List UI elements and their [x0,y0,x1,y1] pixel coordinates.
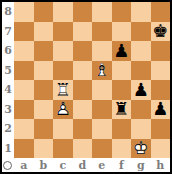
piece-black-rook: ♜ [112,100,132,120]
square-b1[interactable] [34,139,54,159]
square-c5[interactable] [53,61,73,81]
file-label-d: d [73,158,93,172]
file-label-e: e [92,158,112,172]
rank-label-6: 6 [2,41,14,61]
square-c6[interactable] [53,41,73,61]
square-f1[interactable] [112,139,132,159]
piece-white-pawn: ♟♙ [53,100,73,120]
square-h1[interactable] [151,139,171,159]
square-g3[interactable] [131,100,151,120]
square-a2[interactable] [14,119,34,139]
chess-board: ♚♟♝♗♜♖♟♟♙♜♟♚♔ [14,2,170,158]
square-h8[interactable] [151,2,171,22]
rank-label-5: 5 [2,61,14,81]
square-c7[interactable] [53,22,73,42]
file-label-b: b [34,158,54,172]
square-h4[interactable] [151,80,171,100]
piece-white-bishop: ♝♗ [92,61,112,81]
turn-indicator-area [2,158,14,172]
square-d1[interactable] [73,139,93,159]
square-g4[interactable]: ♟ [131,80,151,100]
square-c1[interactable] [53,139,73,159]
square-f5[interactable] [112,61,132,81]
square-g7[interactable] [131,22,151,42]
rank-label-2: 2 [2,119,14,139]
square-e3[interactable] [92,100,112,120]
square-f6[interactable]: ♟ [112,41,132,61]
square-g5[interactable] [131,61,151,81]
square-d7[interactable] [73,22,93,42]
piece-black-pawn: ♟ [131,80,151,100]
chess-diagram: 87654321 ♚♟♝♗♜♖♟♟♙♜♟♚♔ abcdefgh [0,0,172,174]
square-b8[interactable] [34,2,54,22]
square-f3[interactable]: ♜ [112,100,132,120]
rank-label-8: 8 [2,2,14,22]
square-e2[interactable] [92,119,112,139]
square-b2[interactable] [34,119,54,139]
square-a6[interactable] [14,41,34,61]
piece-white-rook: ♜♖ [53,80,73,100]
square-h2[interactable] [151,119,171,139]
square-h5[interactable] [151,61,171,81]
file-label-c: c [53,158,73,172]
square-g1[interactable]: ♚♔ [131,139,151,159]
square-f8[interactable] [112,2,132,22]
square-d8[interactable] [73,2,93,22]
square-e7[interactable] [92,22,112,42]
rank-label-7: 7 [2,22,14,42]
square-d6[interactable] [73,41,93,61]
square-a4[interactable] [14,80,34,100]
square-g8[interactable] [131,2,151,22]
square-b3[interactable] [34,100,54,120]
square-d2[interactable] [73,119,93,139]
square-c2[interactable] [53,119,73,139]
square-f4[interactable] [112,80,132,100]
square-d4[interactable] [73,80,93,100]
square-a8[interactable] [14,2,34,22]
square-h3[interactable]: ♟ [151,100,171,120]
square-a1[interactable] [14,139,34,159]
file-labels: abcdefgh [14,158,170,172]
piece-white-king: ♚♔ [131,139,151,159]
square-e8[interactable] [92,2,112,22]
file-label-f: f [112,158,132,172]
square-c3[interactable]: ♟♙ [53,100,73,120]
square-a5[interactable] [14,61,34,81]
square-b7[interactable] [34,22,54,42]
square-g2[interactable] [131,119,151,139]
square-b6[interactable] [34,41,54,61]
rank-label-3: 3 [2,100,14,120]
rank-labels: 87654321 [2,2,14,158]
square-c8[interactable] [53,2,73,22]
square-b5[interactable] [34,61,54,81]
square-e1[interactable] [92,139,112,159]
square-f2[interactable] [112,119,132,139]
square-g6[interactable] [131,41,151,61]
square-e5[interactable]: ♝♗ [92,61,112,81]
file-label-h: h [151,158,171,172]
piece-black-pawn: ♟ [151,100,171,120]
square-b4[interactable] [34,80,54,100]
rank-label-1: 1 [2,139,14,159]
file-label-a: a [14,158,34,172]
piece-black-pawn: ♟ [112,41,132,61]
square-c4[interactable]: ♜♖ [53,80,73,100]
square-h7[interactable]: ♚ [151,22,171,42]
white-to-move-indicator [3,161,12,170]
file-label-g: g [131,158,151,172]
square-e6[interactable] [92,41,112,61]
rank-label-4: 4 [2,80,14,100]
square-a7[interactable] [14,22,34,42]
square-e4[interactable] [92,80,112,100]
square-h6[interactable] [151,41,171,61]
piece-black-king: ♚ [151,22,171,42]
square-a3[interactable] [14,100,34,120]
square-d3[interactable] [73,100,93,120]
square-d5[interactable] [73,61,93,81]
square-f7[interactable] [112,22,132,42]
